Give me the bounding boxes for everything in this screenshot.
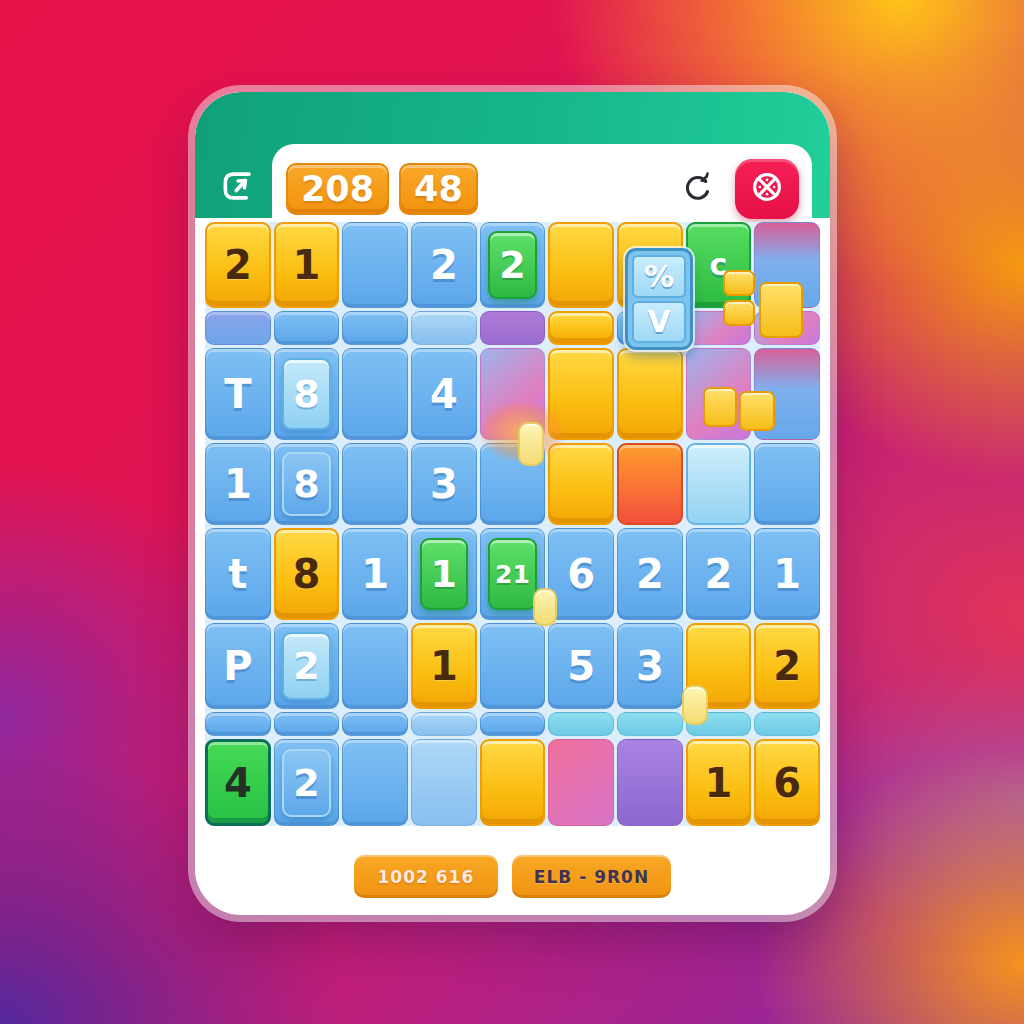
- domino-cell-bottom: V: [632, 301, 686, 344]
- cell-r4c7[interactable]: [617, 443, 683, 525]
- cell-label: 6: [567, 554, 595, 594]
- cell-r8c4[interactable]: [411, 739, 477, 826]
- toolbar: 208 48: [272, 144, 812, 228]
- mini-yellow-block[interactable]: [759, 282, 803, 338]
- close-button[interactable]: [735, 159, 799, 219]
- cell-r8c1[interactable]: 4: [205, 739, 271, 826]
- cell-r4c1[interactable]: 1: [205, 443, 271, 525]
- cell-r5c4[interactable]: 1: [411, 528, 477, 620]
- yellow-capsule: [533, 588, 557, 626]
- cell-label: 2: [224, 245, 252, 285]
- cell-r4c3[interactable]: [342, 443, 408, 525]
- cell-r1c4[interactable]: 2: [411, 222, 477, 308]
- cell-label: t: [228, 554, 247, 594]
- footer-button-left[interactable]: 1002 616: [354, 855, 498, 898]
- cell-label: 4: [430, 374, 458, 414]
- cell-chip: 2: [282, 632, 330, 699]
- score-badge: 208: [286, 163, 389, 215]
- cell-r3c1[interactable]: T: [205, 348, 271, 440]
- cell-r7c4[interactable]: [411, 712, 477, 736]
- cell-label: 1: [430, 646, 458, 686]
- cell-chip: 2: [282, 749, 330, 817]
- mini-yellow-block[interactable]: [723, 300, 755, 326]
- cell-r5c3[interactable]: 1: [342, 528, 408, 620]
- cell-r7c3[interactable]: [342, 712, 408, 736]
- cell-label: T: [224, 374, 251, 414]
- cell-label: 8: [293, 554, 321, 594]
- game-window: 208 48: [195, 92, 830, 915]
- cell-r8c3[interactable]: [342, 739, 408, 826]
- cell-r2c4[interactable]: [411, 311, 477, 345]
- cell-r3c4[interactable]: 4: [411, 348, 477, 440]
- cell-r1c2[interactable]: 1: [274, 222, 340, 308]
- cell-label: 2: [636, 554, 664, 594]
- cell-r7c2[interactable]: [274, 712, 340, 736]
- cell-label: 2: [705, 554, 733, 594]
- cell-r6c9[interactable]: 2: [754, 623, 820, 709]
- cell-label: 1: [224, 464, 252, 504]
- footer: 1002 616 ELB - 9R0N: [195, 855, 830, 898]
- cell-r2c3[interactable]: [342, 311, 408, 345]
- cell-r1c5[interactable]: 2: [480, 222, 546, 308]
- cell-r3c3[interactable]: [342, 348, 408, 440]
- cell-r5c6[interactable]: 6: [548, 528, 614, 620]
- cell-label: 4: [224, 763, 252, 803]
- cell-label: 6: [773, 763, 801, 803]
- cell-r8c8[interactable]: 1: [686, 739, 752, 826]
- rotate-arrow-icon: [679, 196, 717, 215]
- cell-r6c2[interactable]: 2: [274, 623, 340, 709]
- crossed-circle-icon: [748, 168, 786, 210]
- cell-label: 1: [773, 554, 801, 594]
- refresh-button[interactable]: [679, 167, 717, 211]
- cell-label: 3: [636, 646, 664, 686]
- cell-r2c1[interactable]: [205, 311, 271, 345]
- board: 2122cT84183t811216221P215324216 % V: [205, 222, 820, 826]
- cell-r6c6[interactable]: 5: [548, 623, 614, 709]
- yellow-capsule: [682, 685, 708, 725]
- cell-r6c3[interactable]: [342, 623, 408, 709]
- cell-r1c3[interactable]: [342, 222, 408, 308]
- cell-r4c6[interactable]: [548, 443, 614, 525]
- cell-label: 1: [361, 554, 389, 594]
- cell-r2c2[interactable]: [274, 311, 340, 345]
- cell-r1c6[interactable]: [548, 222, 614, 308]
- back-button[interactable]: [219, 166, 259, 206]
- cell-r5c9[interactable]: 1: [754, 528, 820, 620]
- cell-r1c1[interactable]: 2: [205, 222, 271, 308]
- cell-r2c5[interactable]: [480, 311, 546, 345]
- cell-chip: 8: [282, 358, 330, 430]
- cell-label: 1: [705, 763, 733, 803]
- cell-r2c6[interactable]: [548, 311, 614, 345]
- mini-yellow-block[interactable]: [723, 270, 755, 296]
- cell-r8c7[interactable]: [617, 739, 683, 826]
- cell-r3c6[interactable]: [548, 348, 614, 440]
- cell-r6c7[interactable]: 3: [617, 623, 683, 709]
- cell-chip: 21: [488, 538, 536, 610]
- mini-yellow-block[interactable]: [703, 387, 737, 427]
- cell-r6c1[interactable]: P: [205, 623, 271, 709]
- cell-r4c2[interactable]: 8: [274, 443, 340, 525]
- domino-cell-top: %: [632, 255, 686, 298]
- cell-chip: 1: [420, 538, 468, 610]
- cell-r7c9[interactable]: [754, 712, 820, 736]
- cell-label: P: [223, 646, 252, 686]
- cell-r4c9[interactable]: [754, 443, 820, 525]
- cell-r5c1[interactable]: t: [205, 528, 271, 620]
- cell-r4c8[interactable]: [686, 443, 752, 525]
- cell-r8c5[interactable]: [480, 739, 546, 826]
- cell-r7c1[interactable]: [205, 712, 271, 736]
- cell-label: 2: [773, 646, 801, 686]
- moves-badge: 48: [399, 163, 478, 215]
- cell-chip: 2: [488, 231, 536, 298]
- cell-r8c2[interactable]: 2: [274, 739, 340, 826]
- cell-r7c7[interactable]: [617, 712, 683, 736]
- cell-r4c4[interactable]: 3: [411, 443, 477, 525]
- cell-r3c2[interactable]: 8: [274, 348, 340, 440]
- yellow-capsule: [518, 422, 544, 466]
- cell-r6c4[interactable]: 1: [411, 623, 477, 709]
- cell-r6c5[interactable]: [480, 623, 546, 709]
- domino-piece[interactable]: % V: [625, 248, 693, 350]
- cell-r5c8[interactable]: 2: [686, 528, 752, 620]
- cell-label: 1: [293, 245, 321, 285]
- cell-r8c9[interactable]: 6: [754, 739, 820, 826]
- cell-r3c7[interactable]: [617, 348, 683, 440]
- undo-arrow-icon: [219, 191, 259, 210]
- cell-r8c6[interactable]: [548, 739, 614, 826]
- mini-yellow-block[interactable]: [739, 391, 775, 431]
- footer-button-right[interactable]: ELB - 9R0N: [512, 855, 671, 898]
- cell-r5c7[interactable]: 2: [617, 528, 683, 620]
- cell-r7c6[interactable]: [548, 712, 614, 736]
- cell-r7c5[interactable]: [480, 712, 546, 736]
- cell-label: 2: [430, 245, 458, 285]
- cell-label: 3: [430, 464, 458, 504]
- cell-r5c2[interactable]: 8: [274, 528, 340, 620]
- cell-label: 5: [567, 646, 595, 686]
- cell-chip: 8: [282, 452, 330, 516]
